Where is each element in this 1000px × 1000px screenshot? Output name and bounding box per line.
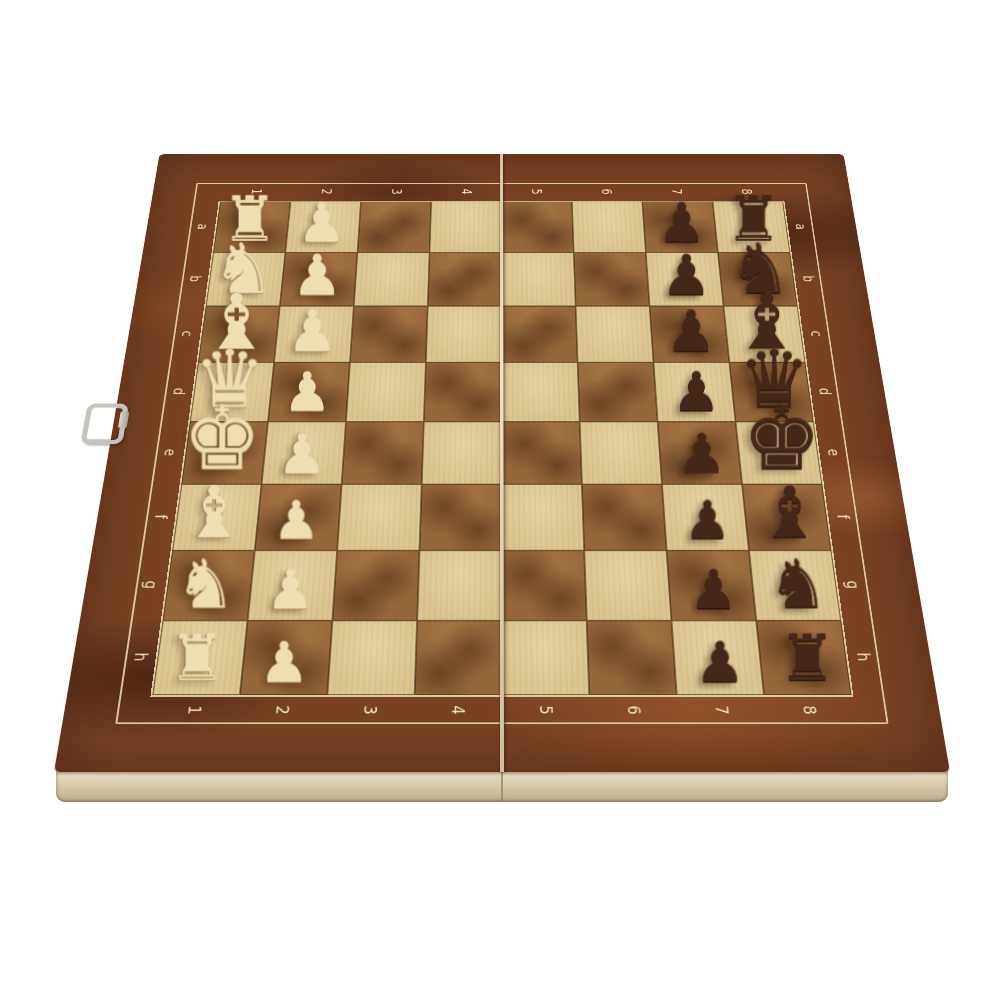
square-e3[interactable] xyxy=(342,422,424,485)
file-label-c: c xyxy=(148,325,225,343)
box-side-edge xyxy=(56,770,948,802)
white-pawn-c2[interactable]: ♟ xyxy=(286,304,338,359)
black-pawn-g7[interactable]: ♟ xyxy=(689,564,738,616)
square-b5[interactable] xyxy=(502,253,576,306)
square-c4[interactable] xyxy=(426,306,502,362)
file-label-f: f xyxy=(118,507,202,528)
file-label-g: g xyxy=(810,574,897,596)
file-label-h: h xyxy=(96,646,185,669)
rank-label-6: 6 xyxy=(595,167,619,216)
square-e2[interactable]: ♟ xyxy=(262,422,346,485)
rank-label-5: 5 xyxy=(525,167,548,216)
square-d4[interactable] xyxy=(424,362,502,421)
square-f2[interactable]: ♟ xyxy=(255,484,342,550)
rank-label-5: 5 xyxy=(532,672,561,749)
product-photo-scene: 12345678 12345678 abcdefgh abcdefgh ♜♟♟♜… xyxy=(0,0,1000,1000)
square-d2[interactable]: ♟ xyxy=(268,362,350,421)
file-label-a: a xyxy=(764,219,838,235)
rank-label-4: 4 xyxy=(443,672,472,749)
square-f6[interactable] xyxy=(582,484,667,550)
square-g4[interactable] xyxy=(417,551,502,621)
square-e5[interactable] xyxy=(502,422,582,485)
square-e7[interactable]: ♟ xyxy=(658,422,742,485)
square-g6[interactable] xyxy=(584,551,671,621)
white-pawn-d2[interactable]: ♟ xyxy=(283,366,332,417)
file-label-e: e xyxy=(129,443,211,462)
rank-label-8: 8 xyxy=(733,167,761,216)
square-b3[interactable] xyxy=(354,253,430,306)
file-label-e: e xyxy=(793,443,875,462)
square-d6[interactable] xyxy=(578,362,658,421)
file-label-d: d xyxy=(139,382,219,400)
square-g7[interactable]: ♟ xyxy=(667,551,757,621)
metal-clasp xyxy=(80,404,129,445)
rank-label-6: 6 xyxy=(618,672,649,749)
black-pawn-d7[interactable]: ♟ xyxy=(672,366,721,417)
square-b4[interactable] xyxy=(428,253,502,306)
square-b6[interactable] xyxy=(574,253,650,306)
white-pawn-e2[interactable]: ♟ xyxy=(277,427,327,480)
box-side-seam xyxy=(501,770,503,802)
file-label-h: h xyxy=(819,646,908,669)
square-f3[interactable] xyxy=(337,484,422,550)
rank-label-3: 3 xyxy=(354,672,385,749)
white-pawn-g2[interactable]: ♟ xyxy=(266,564,315,616)
white-king-e1[interactable]: ♚ xyxy=(182,396,261,480)
square-f5[interactable] xyxy=(502,484,584,550)
square-f7[interactable]: ♟ xyxy=(662,484,749,550)
square-g3[interactable] xyxy=(332,551,419,621)
square-g5[interactable] xyxy=(502,551,587,621)
square-e4[interactable] xyxy=(422,422,502,485)
rank-label-2: 2 xyxy=(265,672,299,749)
black-pawn-e7[interactable]: ♟ xyxy=(677,427,727,480)
square-e6[interactable] xyxy=(580,422,662,485)
rank-label-7: 7 xyxy=(664,167,690,216)
black-pawn-c7[interactable]: ♟ xyxy=(665,304,717,359)
file-label-b: b xyxy=(157,271,232,288)
square-c6[interactable] xyxy=(576,306,654,362)
square-f4[interactable] xyxy=(419,484,501,550)
file-label-f: f xyxy=(801,507,885,528)
file-label-c: c xyxy=(778,325,855,343)
rank-label-4: 4 xyxy=(455,167,478,216)
chessboard: 12345678 12345678 abcdefgh abcdefgh ♜♟♟♜… xyxy=(54,154,950,772)
square-c5[interactable] xyxy=(502,306,578,362)
file-label-a: a xyxy=(166,219,239,235)
white-pawn-b2[interactable]: ♟ xyxy=(292,249,342,302)
square-c7[interactable]: ♟ xyxy=(650,306,730,362)
file-label-d: d xyxy=(785,382,865,400)
black-pawn-f7[interactable]: ♟ xyxy=(684,496,732,546)
black-pawn-b7[interactable]: ♟ xyxy=(661,249,711,302)
square-d7[interactable]: ♟ xyxy=(653,362,735,421)
rank-label-3: 3 xyxy=(384,167,408,216)
rank-label-2: 2 xyxy=(313,167,339,216)
square-d5[interactable] xyxy=(502,362,580,421)
file-label-g: g xyxy=(107,574,194,596)
square-d3[interactable] xyxy=(346,362,426,421)
white-pawn-f2[interactable]: ♟ xyxy=(273,496,321,546)
file-label-b: b xyxy=(771,271,846,288)
square-g2[interactable]: ♟ xyxy=(248,551,338,621)
square-c2[interactable]: ♟ xyxy=(274,306,354,362)
square-c3[interactable] xyxy=(350,306,428,362)
black-king-e8[interactable]: ♚ xyxy=(742,396,821,480)
